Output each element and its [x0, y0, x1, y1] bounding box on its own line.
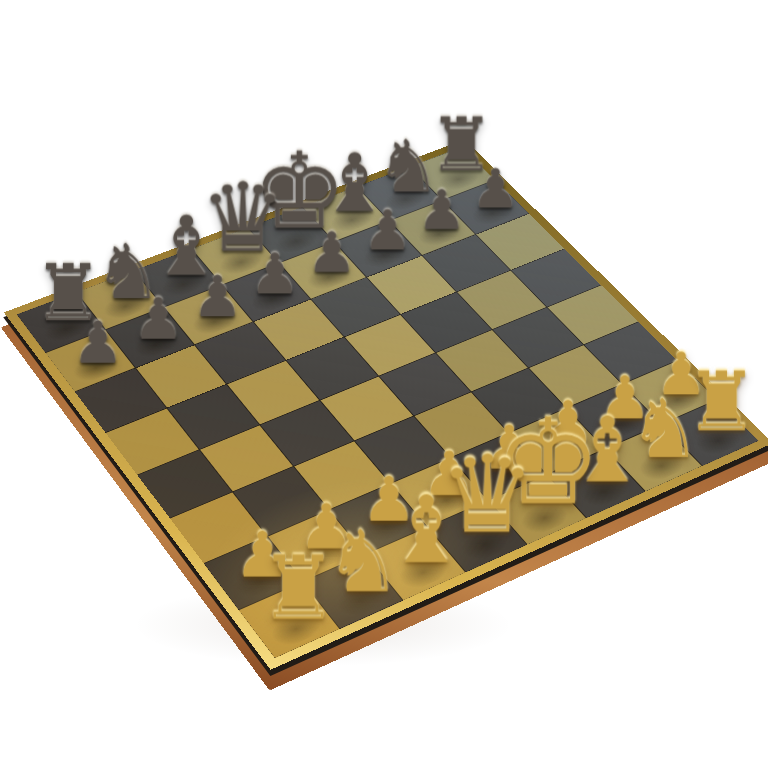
- piece-white-rook-a1[interactable]: ♜: [189, 545, 410, 633]
- photo-canvas: ♜♞♝♛♚♝♞♜♟♟♟♟♟♟♟♟♟♟♟♟♟♟♟♟♜♞♝♛♚♝♞♜: [0, 0, 768, 768]
- piece-black-pawn-a7[interactable]: ♟: [0, 313, 198, 371]
- square-a7[interactable]: ♟: [46, 330, 135, 392]
